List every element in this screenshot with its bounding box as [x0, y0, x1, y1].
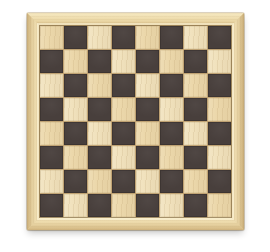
board-square[interactable] — [64, 122, 87, 145]
board-square[interactable] — [184, 74, 207, 97]
board-square[interactable] — [184, 26, 207, 49]
board-square[interactable] — [184, 194, 207, 217]
board-frame-top-rail — [27, 13, 244, 26]
board-square[interactable] — [112, 74, 135, 97]
board-square[interactable] — [88, 146, 111, 169]
board-grid — [40, 26, 231, 217]
board-square[interactable] — [136, 122, 159, 145]
board-square[interactable] — [208, 122, 231, 145]
board-square[interactable] — [40, 122, 63, 145]
board-square[interactable] — [208, 50, 231, 73]
board-square[interactable] — [40, 74, 63, 97]
board-square[interactable] — [64, 74, 87, 97]
board-square[interactable] — [208, 194, 231, 217]
board-square[interactable] — [88, 50, 111, 73]
board-square[interactable] — [208, 98, 231, 121]
board-square[interactable] — [160, 50, 183, 73]
board-square[interactable] — [136, 194, 159, 217]
board-frame-left-rail — [27, 13, 40, 230]
board-square[interactable] — [160, 98, 183, 121]
board-square[interactable] — [40, 194, 63, 217]
board-square[interactable] — [64, 50, 87, 73]
board-square[interactable] — [112, 50, 135, 73]
board-square[interactable] — [40, 98, 63, 121]
board-square[interactable] — [184, 170, 207, 193]
board-square[interactable] — [64, 146, 87, 169]
board-square[interactable] — [160, 170, 183, 193]
board-square[interactable] — [208, 170, 231, 193]
board-square[interactable] — [136, 146, 159, 169]
board-square[interactable] — [64, 98, 87, 121]
game-board — [27, 13, 244, 230]
board-square[interactable] — [208, 26, 231, 49]
board-square[interactable] — [88, 194, 111, 217]
board-square[interactable] — [160, 122, 183, 145]
board-square[interactable] — [64, 26, 87, 49]
board-square[interactable] — [40, 50, 63, 73]
board-square[interactable] — [40, 26, 63, 49]
photo-scene — [0, 0, 270, 252]
board-square[interactable] — [64, 170, 87, 193]
board-square[interactable] — [88, 74, 111, 97]
board-square[interactable] — [208, 146, 231, 169]
board-square[interactable] — [112, 98, 135, 121]
board-square[interactable] — [88, 26, 111, 49]
board-square[interactable] — [112, 170, 135, 193]
board-square[interactable] — [160, 26, 183, 49]
board-square[interactable] — [88, 98, 111, 121]
board-square[interactable] — [40, 146, 63, 169]
board-square[interactable] — [160, 194, 183, 217]
board-square[interactable] — [136, 50, 159, 73]
board-square[interactable] — [136, 74, 159, 97]
board-square[interactable] — [208, 74, 231, 97]
board-square[interactable] — [160, 74, 183, 97]
board-frame-bottom-rail — [27, 217, 244, 230]
board-square[interactable] — [88, 170, 111, 193]
board-square[interactable] — [112, 194, 135, 217]
board-square[interactable] — [136, 26, 159, 49]
board-square[interactable] — [184, 146, 207, 169]
board-square[interactable] — [64, 194, 87, 217]
board-square[interactable] — [88, 122, 111, 145]
board-square[interactable] — [184, 98, 207, 121]
board-square[interactable] — [184, 122, 207, 145]
board-square[interactable] — [40, 170, 63, 193]
board-square[interactable] — [136, 98, 159, 121]
board-square[interactable] — [184, 50, 207, 73]
board-square[interactable] — [136, 170, 159, 193]
board-square[interactable] — [112, 146, 135, 169]
board-frame-right-rail — [231, 13, 244, 230]
board-square[interactable] — [112, 122, 135, 145]
board-square[interactable] — [160, 146, 183, 169]
board-square[interactable] — [112, 26, 135, 49]
